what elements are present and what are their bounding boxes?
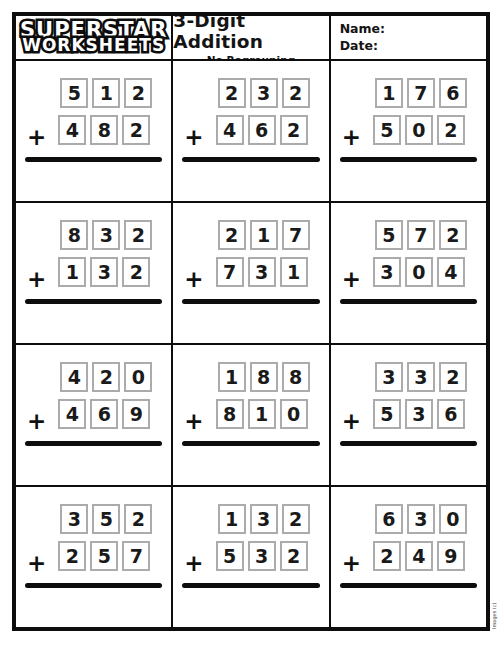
plus-sign: + bbox=[342, 550, 361, 576]
digit-box: 6 bbox=[437, 399, 465, 429]
addend-top-row: 5 1 2 bbox=[16, 61, 152, 108]
digit-box: 1 bbox=[250, 220, 278, 250]
digit-box: 3 bbox=[373, 257, 401, 287]
digit-box: 0 bbox=[124, 362, 152, 392]
digit-box: 3 bbox=[375, 362, 403, 392]
answer-line bbox=[25, 441, 162, 446]
digit-box: 6 bbox=[439, 78, 467, 108]
plus-sign: + bbox=[184, 408, 203, 434]
digit-box: 8 bbox=[216, 399, 244, 429]
digit-box: 0 bbox=[439, 504, 467, 534]
digit-box: 1 bbox=[248, 399, 276, 429]
plus-sign: + bbox=[184, 124, 203, 150]
problem-cell-1: 5 1 2 4 8 2 + bbox=[15, 60, 172, 202]
digit-box: 9 bbox=[122, 399, 150, 429]
digit-box: 5 bbox=[375, 220, 403, 250]
digit-box: 2 bbox=[124, 220, 152, 250]
digit-box: 1 bbox=[218, 362, 246, 392]
answer-line bbox=[25, 299, 162, 304]
addend-top-row: 5 7 2 bbox=[331, 203, 467, 250]
digit-box: 2 bbox=[58, 541, 86, 571]
digit-box: 2 bbox=[122, 257, 150, 287]
digit-box: 4 bbox=[405, 541, 433, 571]
plus-sign: + bbox=[27, 124, 46, 150]
worksheet-sheet: SUPERSTAR WORKSHEETS 3-Digit Addition No… bbox=[12, 12, 490, 631]
plus-sign: + bbox=[27, 550, 46, 576]
logo-cell: SUPERSTAR WORKSHEETS bbox=[15, 15, 172, 60]
logo-line2: WORKSHEETS bbox=[20, 38, 167, 54]
problem-cell-5: 2 1 7 7 3 1 + bbox=[172, 202, 329, 344]
digit-box: 2 bbox=[92, 362, 120, 392]
digit-box: 4 bbox=[60, 362, 88, 392]
digit-box: 1 bbox=[280, 257, 308, 287]
digit-box: 0 bbox=[405, 115, 433, 145]
answer-line bbox=[182, 441, 319, 446]
page-title: 3-Digit Addition bbox=[173, 15, 328, 52]
problem-cell-3: 1 7 6 5 0 2 + bbox=[330, 60, 487, 202]
digit-box: 8 bbox=[60, 220, 88, 250]
name-label: Name: bbox=[340, 21, 385, 36]
problem-cell-10: 3 5 2 2 5 7 + bbox=[15, 486, 172, 628]
digit-box: 7 bbox=[216, 257, 244, 287]
problem-cell-11: 1 3 2 5 3 2 + bbox=[172, 486, 329, 628]
digit-box: 5 bbox=[373, 399, 401, 429]
digit-box: 8 bbox=[250, 362, 278, 392]
date-label: Date: bbox=[340, 38, 378, 53]
title-cell: 3-Digit Addition No Regrouping bbox=[172, 15, 329, 60]
answer-line bbox=[340, 299, 477, 304]
answer-line bbox=[340, 583, 477, 588]
digit-box: 6 bbox=[248, 115, 276, 145]
addend-top-row: 1 8 8 bbox=[173, 345, 309, 392]
problem-cell-2: 2 3 2 4 6 2 + bbox=[172, 60, 329, 202]
digit-box: 2 bbox=[282, 78, 310, 108]
digit-box: 3 bbox=[250, 504, 278, 534]
digit-box: 2 bbox=[437, 115, 465, 145]
digit-box: 2 bbox=[282, 504, 310, 534]
digit-box: 7 bbox=[122, 541, 150, 571]
digit-box: 1 bbox=[58, 257, 86, 287]
digit-box: 6 bbox=[375, 504, 403, 534]
answer-line bbox=[182, 157, 319, 162]
digit-box: 3 bbox=[60, 504, 88, 534]
answer-line bbox=[182, 299, 319, 304]
digit-box: 2 bbox=[439, 220, 467, 250]
digit-box: 3 bbox=[407, 504, 435, 534]
credit-text: Images (c) bbox=[491, 602, 497, 629]
digit-box: 2 bbox=[280, 115, 308, 145]
plus-sign: + bbox=[27, 408, 46, 434]
addend-top-row: 4 2 0 bbox=[16, 345, 152, 392]
digit-box: 3 bbox=[92, 220, 120, 250]
addend-top-row: 3 5 2 bbox=[16, 487, 152, 534]
digit-box: 3 bbox=[405, 399, 433, 429]
digit-box: 7 bbox=[282, 220, 310, 250]
digit-box: 4 bbox=[58, 115, 86, 145]
digit-box: 2 bbox=[218, 220, 246, 250]
answer-line bbox=[182, 583, 319, 588]
digit-box: 8 bbox=[90, 115, 118, 145]
digit-box: 0 bbox=[405, 257, 433, 287]
problem-cell-9: 3 3 2 5 3 6 + bbox=[330, 344, 487, 486]
digit-box: 3 bbox=[248, 257, 276, 287]
plus-sign: + bbox=[342, 408, 361, 434]
digit-box: 3 bbox=[90, 257, 118, 287]
digit-box: 6 bbox=[90, 399, 118, 429]
digit-box: 3 bbox=[407, 362, 435, 392]
plus-sign: + bbox=[342, 266, 361, 292]
answer-line bbox=[25, 157, 162, 162]
digit-box: 3 bbox=[250, 78, 278, 108]
digit-box: 9 bbox=[437, 541, 465, 571]
digit-box: 5 bbox=[60, 78, 88, 108]
name-date-cell: Name: Date: bbox=[330, 15, 487, 60]
addend-top-row: 2 1 7 bbox=[173, 203, 309, 250]
digit-box: 4 bbox=[58, 399, 86, 429]
digit-box: 5 bbox=[90, 541, 118, 571]
digit-box: 5 bbox=[92, 504, 120, 534]
digit-box: 5 bbox=[373, 115, 401, 145]
answer-line bbox=[340, 157, 477, 162]
digit-box: 0 bbox=[280, 399, 308, 429]
problem-cell-4: 8 3 2 1 3 2 + bbox=[15, 202, 172, 344]
plus-sign: + bbox=[27, 266, 46, 292]
digit-box: 7 bbox=[407, 220, 435, 250]
digit-box: 2 bbox=[124, 78, 152, 108]
answer-line bbox=[25, 583, 162, 588]
digit-box: 8 bbox=[282, 362, 310, 392]
problem-cell-8: 1 8 8 8 1 0 + bbox=[172, 344, 329, 486]
worksheet-page: SUPERSTAR WORKSHEETS 3-Digit Addition No… bbox=[0, 0, 500, 647]
digit-box: 2 bbox=[122, 115, 150, 145]
addend-top-row: 1 3 2 bbox=[173, 487, 309, 534]
addend-top-row: 1 7 6 bbox=[331, 61, 467, 108]
digit-box: 4 bbox=[216, 115, 244, 145]
problem-cell-6: 5 7 2 3 0 4 + bbox=[330, 202, 487, 344]
digit-box: 2 bbox=[218, 78, 246, 108]
addend-top-row: 2 3 2 bbox=[173, 61, 309, 108]
superstar-worksheets-logo: SUPERSTAR WORKSHEETS bbox=[20, 21, 167, 54]
digit-box: 2 bbox=[280, 541, 308, 571]
addend-top-row: 6 3 0 bbox=[331, 487, 467, 534]
header-row: SUPERSTAR WORKSHEETS 3-Digit Addition No… bbox=[15, 15, 487, 60]
digit-box: 1 bbox=[218, 504, 246, 534]
plus-sign: + bbox=[184, 266, 203, 292]
digit-box: 2 bbox=[124, 504, 152, 534]
digit-box: 1 bbox=[375, 78, 403, 108]
digit-box: 1 bbox=[92, 78, 120, 108]
digit-box: 5 bbox=[216, 541, 244, 571]
problems-grid: 5 1 2 4 8 2 + 2 3 2 4 bbox=[15, 60, 487, 628]
addend-top-row: 8 3 2 bbox=[16, 203, 152, 250]
problem-cell-12: 6 3 0 2 4 9 + bbox=[330, 486, 487, 628]
answer-line bbox=[340, 441, 477, 446]
digit-box: 7 bbox=[407, 78, 435, 108]
addend-top-row: 3 3 2 bbox=[331, 345, 467, 392]
plus-sign: + bbox=[342, 124, 361, 150]
problem-cell-7: 4 2 0 4 6 9 + bbox=[15, 344, 172, 486]
digit-box: 4 bbox=[437, 257, 465, 287]
plus-sign: + bbox=[184, 550, 203, 576]
digit-box: 2 bbox=[373, 541, 401, 571]
digit-box: 3 bbox=[248, 541, 276, 571]
digit-box: 2 bbox=[439, 362, 467, 392]
